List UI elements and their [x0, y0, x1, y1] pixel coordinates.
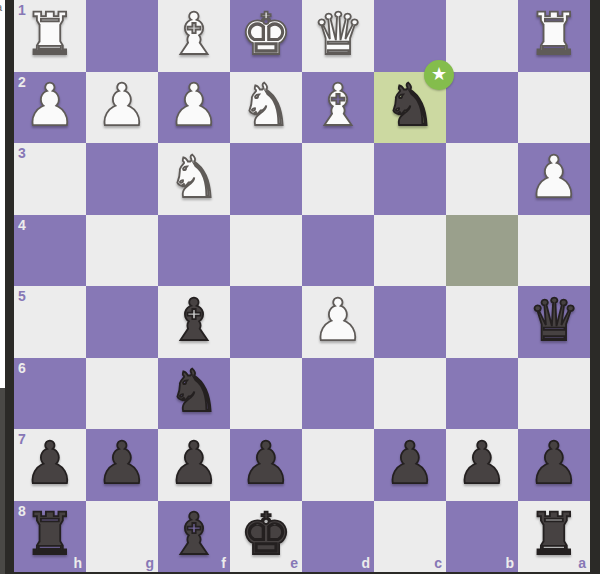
square-c4[interactable]	[374, 215, 446, 287]
square-f1[interactable]: ♝	[158, 0, 230, 72]
piece-black-pawn[interactable]: ♟	[240, 434, 292, 492]
square-c8[interactable]: c	[374, 501, 446, 573]
piece-white-pawn[interactable]: ♟	[96, 76, 148, 134]
square-e1[interactable]: ♚	[230, 0, 302, 72]
square-f7[interactable]: ♟	[158, 429, 230, 501]
best-move-star-badge: ★	[424, 60, 454, 90]
square-d3[interactable]	[302, 143, 374, 215]
file-label-a: a	[578, 555, 586, 571]
piece-white-knight[interactable]: ♞	[168, 148, 220, 206]
square-c7[interactable]: ♟	[374, 429, 446, 501]
piece-black-pawn[interactable]: ♟	[384, 434, 436, 492]
square-c5[interactable]	[374, 286, 446, 358]
square-b2[interactable]	[446, 72, 518, 144]
piece-black-bishop[interactable]: ♝	[168, 291, 220, 349]
square-g6[interactable]	[86, 358, 158, 430]
piece-black-rook[interactable]: ♜	[528, 505, 580, 563]
rank-label-5: 5	[18, 288, 26, 304]
square-d5[interactable]: ♟	[302, 286, 374, 358]
square-g5[interactable]	[86, 286, 158, 358]
square-e6[interactable]	[230, 358, 302, 430]
square-h1[interactable]: ♜1	[14, 0, 86, 72]
piece-white-pawn[interactable]: ♟	[312, 291, 364, 349]
piece-black-pawn[interactable]: ♟	[456, 434, 508, 492]
piece-black-bishop[interactable]: ♝	[168, 505, 220, 563]
square-a5[interactable]: ♛	[518, 286, 590, 358]
square-f5[interactable]: ♝	[158, 286, 230, 358]
clipped-text-fragment: a	[0, 1, 2, 13]
piece-white-bishop[interactable]: ♝	[168, 5, 220, 63]
file-label-h: h	[73, 555, 82, 571]
square-e2[interactable]: ♞	[230, 72, 302, 144]
chess-board[interactable]: ♜1♝♚♛♜♟2♟♟♞♝♞3♞♟45♝♟♛6♞♟7♟♟♟♟♟♟♜8hg♝f♚ed…	[14, 0, 590, 572]
star-icon: ★	[431, 65, 447, 83]
piece-white-pawn[interactable]: ♟	[168, 76, 220, 134]
piece-black-rook[interactable]: ♜	[24, 505, 76, 563]
square-a6[interactable]	[518, 358, 590, 430]
file-label-d: d	[361, 555, 370, 571]
square-a1[interactable]: ♜	[518, 0, 590, 72]
piece-white-king[interactable]: ♚	[240, 5, 292, 63]
app-background: a ♜1♝♚♛♜♟2♟♟♞♝♞3♞♟45♝♟♛6♞♟7♟♟♟♟♟♟♜8hg♝f♚…	[0, 0, 600, 574]
square-e3[interactable]	[230, 143, 302, 215]
rank-label-2: 2	[18, 74, 26, 90]
file-label-g: g	[145, 555, 154, 571]
square-a4[interactable]	[518, 215, 590, 287]
piece-white-knight[interactable]: ♞	[240, 76, 292, 134]
piece-white-rook[interactable]: ♜	[528, 5, 580, 63]
square-b4[interactable]	[446, 215, 518, 287]
square-d2[interactable]: ♝	[302, 72, 374, 144]
rank-label-7: 7	[18, 431, 26, 447]
piece-black-pawn[interactable]: ♟	[528, 434, 580, 492]
square-f6[interactable]: ♞	[158, 358, 230, 430]
piece-white-rook[interactable]: ♜	[24, 5, 76, 63]
square-f4[interactable]	[158, 215, 230, 287]
piece-black-pawn[interactable]: ♟	[96, 434, 148, 492]
square-f3[interactable]: ♞	[158, 143, 230, 215]
square-g4[interactable]	[86, 215, 158, 287]
square-b5[interactable]	[446, 286, 518, 358]
square-a8[interactable]: ♜a	[518, 501, 590, 573]
square-d7[interactable]	[302, 429, 374, 501]
square-e8[interactable]: ♚e	[230, 501, 302, 573]
square-e4[interactable]	[230, 215, 302, 287]
square-c6[interactable]	[374, 358, 446, 430]
board-frame-right	[590, 0, 600, 574]
square-h3[interactable]: 3	[14, 143, 86, 215]
square-a2[interactable]	[518, 72, 590, 144]
rank-label-4: 4	[18, 217, 26, 233]
file-label-b: b	[505, 555, 514, 571]
square-h5[interactable]: 5	[14, 286, 86, 358]
piece-black-king[interactable]: ♚	[240, 505, 292, 563]
rank-label-6: 6	[18, 360, 26, 376]
square-h6[interactable]: 6	[14, 358, 86, 430]
piece-white-queen[interactable]: ♛	[312, 5, 364, 63]
file-label-e: e	[290, 555, 298, 571]
piece-white-pawn[interactable]: ♟	[528, 148, 580, 206]
piece-white-pawn[interactable]: ♟	[24, 76, 76, 134]
square-b6[interactable]	[446, 358, 518, 430]
piece-white-bishop[interactable]: ♝	[312, 76, 364, 134]
square-g1[interactable]	[86, 0, 158, 72]
square-g7[interactable]: ♟	[86, 429, 158, 501]
rank-label-3: 3	[18, 145, 26, 161]
square-d8[interactable]: d	[302, 501, 374, 573]
piece-black-knight[interactable]: ♞	[168, 362, 220, 420]
square-e7[interactable]: ♟	[230, 429, 302, 501]
square-h7[interactable]: ♟7	[14, 429, 86, 501]
board-frame-left	[5, 0, 14, 574]
square-g2[interactable]: ♟	[86, 72, 158, 144]
rank-label-1: 1	[18, 2, 26, 18]
piece-black-queen[interactable]: ♛	[528, 291, 580, 349]
square-b3[interactable]	[446, 143, 518, 215]
square-h4[interactable]: 4	[14, 215, 86, 287]
piece-black-pawn[interactable]: ♟	[168, 434, 220, 492]
square-c3[interactable]	[374, 143, 446, 215]
square-g8[interactable]: g	[86, 501, 158, 573]
square-f8[interactable]: ♝f	[158, 501, 230, 573]
square-h2[interactable]: ♟2	[14, 72, 86, 144]
square-b1[interactable]	[446, 0, 518, 72]
square-b8[interactable]: b	[446, 501, 518, 573]
square-a3[interactable]: ♟	[518, 143, 590, 215]
file-label-c: c	[434, 555, 442, 571]
square-a7[interactable]: ♟	[518, 429, 590, 501]
square-b7[interactable]: ♟	[446, 429, 518, 501]
square-g3[interactable]	[86, 143, 158, 215]
square-d6[interactable]	[302, 358, 374, 430]
file-label-f: f	[221, 555, 226, 571]
square-d4[interactable]	[302, 215, 374, 287]
rank-label-8: 8	[18, 503, 26, 519]
square-f2[interactable]: ♟	[158, 72, 230, 144]
square-h8[interactable]: ♜8h	[14, 501, 86, 573]
square-e5[interactable]	[230, 286, 302, 358]
square-d1[interactable]: ♛	[302, 0, 374, 72]
piece-black-pawn[interactable]: ♟	[24, 434, 76, 492]
